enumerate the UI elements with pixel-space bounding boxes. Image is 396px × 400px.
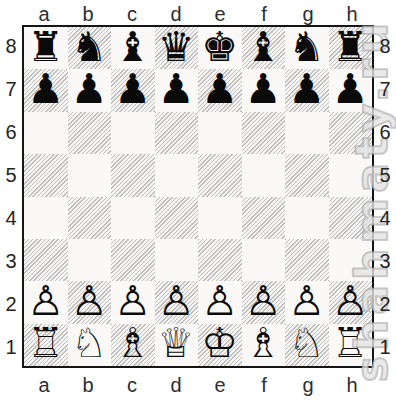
file-label-f: f <box>242 373 286 395</box>
square-h6 <box>329 112 373 154</box>
square-f5 <box>242 154 286 196</box>
chess-diagram: abcdefgh 87654321 ♜♞♝♛♚♝♞♜♟♟♟♟♟♟♟♟♙♙♙♙♙♙… <box>0 0 396 400</box>
file-label-d: d <box>154 2 198 24</box>
square-f1: ♗ <box>242 324 286 366</box>
square-c1: ♗ <box>111 324 155 366</box>
square-e2: ♙ <box>198 281 242 323</box>
file-label-h: h <box>330 373 374 395</box>
file-label-f: f <box>242 2 286 24</box>
rank-label-6: 6 <box>0 122 22 142</box>
square-a4 <box>24 197 68 239</box>
square-g2: ♙ <box>285 281 329 323</box>
square-g1: ♘ <box>285 324 329 366</box>
square-e5 <box>198 154 242 196</box>
square-e8: ♚ <box>198 27 242 69</box>
black-pawn: ♟ <box>71 69 108 110</box>
rank-label-2: 2 <box>374 294 396 314</box>
rank-labels-left: 87654321 <box>0 25 22 368</box>
square-d3 <box>155 239 199 281</box>
square-g8: ♞ <box>285 27 329 69</box>
rank-labels-right: 87654321 <box>374 25 396 368</box>
square-d2: ♙ <box>155 281 199 323</box>
file-label-a: a <box>22 373 66 395</box>
black-rook: ♜ <box>27 27 64 68</box>
rank-label-4: 4 <box>374 208 396 228</box>
rank-label-8: 8 <box>0 36 22 56</box>
square-d4 <box>155 197 199 239</box>
square-c6 <box>111 112 155 154</box>
square-h3 <box>329 239 373 281</box>
black-knight: ♞ <box>288 27 325 68</box>
file-label-g: g <box>286 2 330 24</box>
white-pawn: ♙ <box>71 281 108 322</box>
white-pawn: ♙ <box>201 281 238 322</box>
square-f7: ♟ <box>242 69 286 111</box>
square-e6 <box>198 112 242 154</box>
black-bishop: ♝ <box>114 27 151 68</box>
white-rook: ♖ <box>332 324 369 365</box>
square-b2: ♙ <box>68 281 112 323</box>
black-pawn: ♟ <box>158 69 195 110</box>
file-label-g: g <box>286 373 330 395</box>
rank-label-1: 1 <box>0 337 22 357</box>
square-e3 <box>198 239 242 281</box>
square-b7: ♟ <box>68 69 112 111</box>
file-label-e: e <box>198 373 242 395</box>
black-king: ♚ <box>201 27 238 68</box>
square-h2: ♙ <box>329 281 373 323</box>
rank-label-1: 1 <box>374 337 396 357</box>
white-rook: ♖ <box>27 324 64 365</box>
square-e1: ♔ <box>198 324 242 366</box>
square-b4 <box>68 197 112 239</box>
white-pawn: ♙ <box>114 281 151 322</box>
white-pawn: ♙ <box>158 281 195 322</box>
square-c4 <box>111 197 155 239</box>
square-g5 <box>285 154 329 196</box>
file-label-c: c <box>110 2 154 24</box>
square-g4 <box>285 197 329 239</box>
square-f8: ♝ <box>242 27 286 69</box>
square-b6 <box>68 112 112 154</box>
black-pawn: ♟ <box>114 69 151 110</box>
square-d5 <box>155 154 199 196</box>
square-b1: ♘ <box>68 324 112 366</box>
square-b5 <box>68 154 112 196</box>
rank-label-5: 5 <box>0 165 22 185</box>
square-d7: ♟ <box>155 69 199 111</box>
file-label-e: e <box>198 2 242 24</box>
black-rook: ♜ <box>332 27 369 68</box>
square-h8: ♜ <box>329 27 373 69</box>
white-pawn: ♙ <box>245 281 282 322</box>
white-king: ♔ <box>201 324 238 365</box>
rank-label-4: 4 <box>0 208 22 228</box>
rank-label-8: 8 <box>374 36 396 56</box>
black-queen: ♛ <box>158 27 195 68</box>
file-label-h: h <box>330 2 374 24</box>
black-pawn: ♟ <box>288 69 325 110</box>
file-label-c: c <box>110 373 154 395</box>
black-knight: ♞ <box>71 27 108 68</box>
square-d6 <box>155 112 199 154</box>
square-c2: ♙ <box>111 281 155 323</box>
square-c5 <box>111 154 155 196</box>
square-h5 <box>329 154 373 196</box>
square-b8: ♞ <box>68 27 112 69</box>
rank-label-3: 3 <box>0 251 22 271</box>
black-pawn: ♟ <box>27 69 64 110</box>
square-e4 <box>198 197 242 239</box>
square-g6 <box>285 112 329 154</box>
square-a6 <box>24 112 68 154</box>
file-label-d: d <box>154 373 198 395</box>
white-bishop: ♗ <box>245 324 282 365</box>
file-labels-bottom: abcdefgh <box>22 368 374 400</box>
white-pawn: ♙ <box>288 281 325 322</box>
square-a7: ♟ <box>24 69 68 111</box>
chessboard: ♜♞♝♛♚♝♞♜♟♟♟♟♟♟♟♟♙♙♙♙♙♙♙♙♖♘♗♕♔♗♘♖ <box>22 25 374 368</box>
square-e7: ♟ <box>198 69 242 111</box>
square-a1: ♖ <box>24 324 68 366</box>
square-a2: ♙ <box>24 281 68 323</box>
square-d1: ♕ <box>155 324 199 366</box>
square-g3 <box>285 239 329 281</box>
file-label-b: b <box>66 2 110 24</box>
rank-label-3: 3 <box>374 251 396 271</box>
white-bishop: ♗ <box>114 324 151 365</box>
black-bishop: ♝ <box>245 27 282 68</box>
white-queen: ♕ <box>158 324 195 365</box>
square-h1: ♖ <box>329 324 373 366</box>
square-a5 <box>24 154 68 196</box>
square-a3 <box>24 239 68 281</box>
square-c8: ♝ <box>111 27 155 69</box>
white-knight: ♘ <box>71 324 108 365</box>
black-pawn: ♟ <box>201 69 238 110</box>
board-frame: abcdefgh 87654321 ♜♞♝♛♚♝♞♜♟♟♟♟♟♟♟♟♙♙♙♙♙♙… <box>0 0 396 400</box>
file-label-a: a <box>22 2 66 24</box>
rank-label-7: 7 <box>0 79 22 99</box>
file-labels-top: abcdefgh <box>22 0 374 25</box>
white-pawn: ♙ <box>332 281 369 322</box>
rank-label-6: 6 <box>374 122 396 142</box>
square-a8: ♜ <box>24 27 68 69</box>
white-pawn: ♙ <box>27 281 64 322</box>
square-f3 <box>242 239 286 281</box>
rank-label-2: 2 <box>0 294 22 314</box>
rank-label-5: 5 <box>374 165 396 185</box>
file-label-b: b <box>66 373 110 395</box>
square-h4 <box>329 197 373 239</box>
square-g7: ♟ <box>285 69 329 111</box>
square-c3 <box>111 239 155 281</box>
rank-label-7: 7 <box>374 79 396 99</box>
black-pawn: ♟ <box>245 69 282 110</box>
square-f4 <box>242 197 286 239</box>
square-h7: ♟ <box>329 69 373 111</box>
square-c7: ♟ <box>111 69 155 111</box>
white-knight: ♘ <box>288 324 325 365</box>
square-f6 <box>242 112 286 154</box>
square-d8: ♛ <box>155 27 199 69</box>
black-pawn: ♟ <box>332 69 369 110</box>
square-f2: ♙ <box>242 281 286 323</box>
square-b3 <box>68 239 112 281</box>
